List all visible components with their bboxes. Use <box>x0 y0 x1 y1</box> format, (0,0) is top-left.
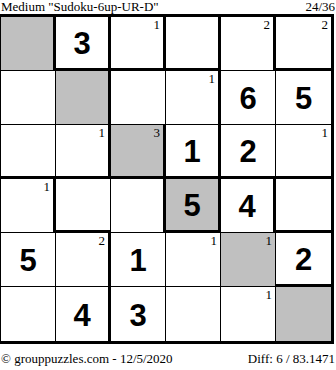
cell-r5c3[interactable]: 1 <box>111 233 166 287</box>
cell-r3c3[interactable]: 3 <box>111 125 166 179</box>
cell-r4c1[interactable]: 1 <box>1 179 56 233</box>
cell-value: 2 <box>295 242 312 275</box>
pencil-mark: 3 <box>154 125 161 140</box>
cell-r3c5[interactable]: 2 <box>221 125 276 179</box>
cell-r2c5[interactable]: 6 <box>221 71 276 125</box>
pencil-mark: 1 <box>211 233 218 248</box>
pencil-mark: 1 <box>44 179 51 194</box>
cell-r2c4[interactable]: 1 <box>166 71 221 125</box>
page-title: Medium "Sudoku-6up-UR-D" <box>1 0 159 14</box>
cell-r6c3[interactable]: 3 <box>111 287 166 341</box>
pencil-mark: 1 <box>322 125 329 140</box>
cell-r4c3[interactable] <box>111 179 166 233</box>
cell-r4c2[interactable] <box>56 179 111 233</box>
cell-r5c4[interactable]: 1 <box>166 233 221 287</box>
cell-r5c6[interactable]: 2 <box>276 233 331 287</box>
cell-value: 5 <box>295 81 312 114</box>
cell-r6c6[interactable] <box>276 287 331 341</box>
pencil-mark: 1 <box>154 17 161 32</box>
copyright-text: © grouppuzzles.com - 12/5/2020 <box>1 352 173 366</box>
cell-r4c4[interactable]: 5 <box>166 179 221 233</box>
cell-r2c2[interactable] <box>56 71 111 125</box>
cell-r2c3[interactable] <box>111 71 166 125</box>
cell-value: 4 <box>238 189 255 222</box>
sudoku-board: 312216513121154521112431 <box>0 14 334 344</box>
puzzle-counter: 24/36 <box>305 0 335 14</box>
cell-r6c1[interactable] <box>1 287 56 341</box>
cell-r1c4[interactable] <box>166 17 221 71</box>
cell-r5c2[interactable]: 2 <box>56 233 111 287</box>
cell-r3c2[interactable]: 1 <box>56 125 111 179</box>
pencil-mark: 2 <box>322 17 329 32</box>
cell-r6c2[interactable]: 4 <box>56 287 111 341</box>
cell-value: 2 <box>239 134 256 167</box>
pencil-mark: 2 <box>264 17 271 32</box>
cell-r1c1[interactable] <box>1 17 56 71</box>
pencil-mark: 1 <box>266 233 273 248</box>
cell-value: 5 <box>19 243 36 276</box>
pencil-mark: 1 <box>99 125 106 140</box>
cell-r1c6[interactable]: 2 <box>276 17 331 71</box>
footer: © grouppuzzles.com - 12/5/2020 Diff: 6 /… <box>0 344 336 366</box>
header: Medium "Sudoku-6up-UR-D" 24/36 <box>0 0 336 14</box>
cell-r4c5[interactable]: 4 <box>221 179 276 233</box>
cell-value: 1 <box>129 243 146 276</box>
cell-value: 3 <box>73 26 90 59</box>
cell-r1c5[interactable]: 2 <box>221 17 276 71</box>
difficulty-text: Diff: 6 / 83.1471 <box>248 352 335 366</box>
pencil-mark: 2 <box>99 233 106 248</box>
cell-r4c6[interactable] <box>276 179 331 233</box>
cell-r3c1[interactable] <box>1 125 56 179</box>
cell-r5c5[interactable]: 1 <box>221 233 276 287</box>
cell-value: 1 <box>183 134 200 167</box>
cell-r3c6[interactable]: 1 <box>276 125 331 179</box>
pencil-mark: 1 <box>209 71 216 86</box>
cell-value: 3 <box>129 298 146 331</box>
cell-r1c2[interactable]: 3 <box>56 17 111 71</box>
cell-value: 6 <box>239 81 256 114</box>
cell-value: 5 <box>183 188 200 221</box>
cell-value: 4 <box>73 298 90 331</box>
cell-r2c1[interactable] <box>1 71 56 125</box>
cell-r3c4[interactable]: 1 <box>166 125 221 179</box>
cell-r2c6[interactable]: 5 <box>276 71 331 125</box>
cell-r1c3[interactable]: 1 <box>111 17 166 71</box>
cell-r6c4[interactable] <box>166 287 221 341</box>
pencil-mark: 1 <box>266 287 273 302</box>
cell-r6c5[interactable]: 1 <box>221 287 276 341</box>
cell-r5c1[interactable]: 5 <box>1 233 56 287</box>
